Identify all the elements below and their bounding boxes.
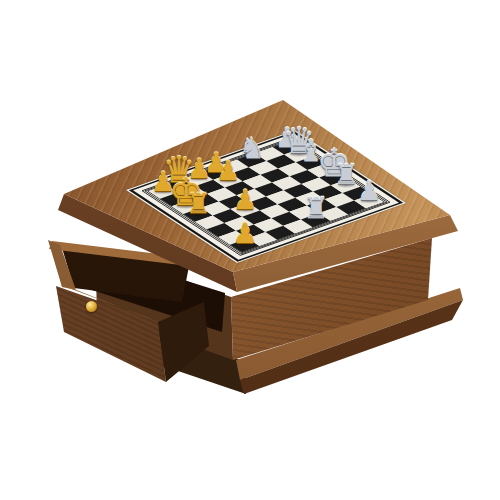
gold-pawn-glyph: ♟ [216, 157, 240, 184]
silver-rook-glyph: ♜ [303, 194, 329, 223]
gold-rook-glyph: ♜ [185, 190, 210, 218]
silver-knight-glyph: ♞ [239, 134, 265, 163]
silver-rook-glyph: ♜ [333, 161, 358, 189]
product-photo-scene: ♟♛♞♝♟♚♟♟♛♜♟♟♚♟♜♜♟ [0, 0, 500, 500]
gold-pawn-glyph: ♟ [233, 186, 257, 213]
drawer-knob [86, 301, 97, 312]
gold-pawn-glyph: ♟ [232, 220, 257, 248]
silver-pawn-glyph: ♟ [357, 177, 381, 204]
